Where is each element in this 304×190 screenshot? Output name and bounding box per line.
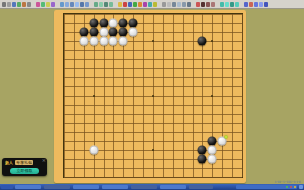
black-stone-Q5[interactable] — [208, 136, 217, 145]
star-point — [152, 40, 154, 42]
grid-line-vertical — [193, 14, 194, 177]
toolbar-icon[interactable] — [264, 2, 268, 7]
toolbar-icon[interactable] — [196, 2, 200, 7]
toolbar-icon[interactable] — [36, 2, 40, 7]
taskbar-button[interactable] — [73, 185, 99, 189]
white-stone-D4[interactable] — [89, 145, 98, 154]
toolbar-icon[interactable] — [22, 2, 26, 7]
tray-icon[interactable] — [294, 186, 296, 188]
toolbar-icon[interactable] — [187, 2, 191, 7]
grid-line-horizontal — [64, 132, 242, 133]
taskbar-button[interactable] — [299, 185, 303, 189]
grid-line-horizontal — [64, 168, 242, 169]
tray-icon[interactable] — [290, 186, 292, 188]
white-stone-H17[interactable] — [129, 28, 138, 37]
star-point — [152, 95, 154, 97]
toolbar-icon[interactable] — [104, 2, 108, 7]
board-grid[interactable] — [63, 13, 243, 178]
grid-line-horizontal — [64, 123, 242, 124]
toolbar-icon[interactable] — [206, 2, 210, 7]
taskbar-button[interactable] — [189, 185, 213, 189]
white-stone-D16[interactable] — [89, 37, 98, 46]
black-stone-P3[interactable] — [198, 154, 207, 163]
toolbar-icon[interactable] — [123, 2, 127, 7]
toolbar-icon[interactable] — [80, 2, 84, 7]
toolbar-icon[interactable] — [177, 2, 181, 7]
black-stone-G17[interactable] — [119, 28, 128, 37]
toolbar-icon[interactable] — [211, 2, 215, 7]
toolbar-icon[interactable] — [118, 2, 122, 7]
go-board[interactable] — [54, 10, 246, 183]
desktop: 新人 专享礼包 × 立即领取 ı·ııı··ı··ıııı··ı·ı·ıı — [0, 0, 304, 190]
tray-icon[interactable] — [286, 186, 288, 188]
star-point — [211, 40, 213, 42]
grid-line-vertical — [222, 14, 223, 177]
white-stone-G16[interactable] — [119, 37, 128, 46]
promo-claim-button[interactable]: 立即领取 — [10, 168, 39, 174]
grid-line-vertical — [242, 14, 243, 177]
star-point — [93, 95, 95, 97]
taskbar-button[interactable] — [160, 185, 186, 189]
white-stone-R5[interactable] — [218, 136, 227, 145]
toolbar-icon[interactable] — [138, 2, 142, 7]
toolbar-icon[interactable] — [143, 2, 147, 7]
promo-row: 新人 专享礼包 — [5, 160, 33, 165]
toolbar-icon[interactable] — [7, 2, 11, 7]
black-stone-P16[interactable] — [198, 37, 207, 46]
black-stone-P4[interactable] — [198, 145, 207, 154]
promo-popup: 新人 专享礼包 × 立即领取 — [2, 158, 47, 176]
black-stone-C17[interactable] — [79, 28, 88, 37]
toolbar-icon[interactable] — [94, 2, 98, 7]
white-stone-E17[interactable] — [99, 28, 108, 37]
white-stone-Q3[interactable] — [208, 154, 217, 163]
app-toolbar — [0, 0, 304, 9]
toolbar-icon[interactable] — [148, 2, 152, 7]
windows-taskbar[interactable] — [0, 184, 304, 190]
toolbar-icon[interactable] — [27, 2, 31, 7]
grid-line-horizontal — [64, 177, 242, 178]
toolbar-icon[interactable] — [225, 2, 229, 7]
toolbar-icon[interactable] — [167, 2, 171, 7]
black-stone-D18[interactable] — [89, 19, 98, 28]
white-stone-F18[interactable] — [109, 19, 118, 28]
toolbar-icon[interactable] — [17, 2, 21, 7]
close-icon[interactable]: × — [42, 158, 46, 163]
toolbar-icon[interactable] — [230, 2, 234, 7]
toolbar-icon[interactable] — [65, 2, 69, 7]
grid-line-vertical — [163, 14, 164, 177]
last-move-marker-icon — [225, 135, 228, 138]
black-stone-F17[interactable] — [109, 28, 118, 37]
white-stone-Q4[interactable] — [208, 145, 217, 154]
black-stone-E18[interactable] — [99, 19, 108, 28]
promo-badge: 新人 — [5, 160, 13, 165]
toolbar-icon[interactable] — [12, 2, 16, 7]
toolbar-icon[interactable] — [128, 2, 132, 7]
grid-line-vertical — [183, 14, 184, 177]
toolbar-icon[interactable] — [99, 2, 103, 7]
black-stone-D17[interactable] — [89, 28, 98, 37]
taskbar-button[interactable] — [15, 185, 41, 189]
toolbar-icon[interactable] — [133, 2, 137, 7]
toolbar-icon[interactable] — [70, 2, 74, 7]
toolbar-icon[interactable] — [51, 2, 55, 7]
grid-line-horizontal — [64, 105, 242, 106]
toolbar-icon[interactable] — [254, 2, 258, 7]
toolbar-icon[interactable] — [109, 2, 113, 7]
toolbar-icon[interactable] — [162, 2, 166, 7]
taskbar-button[interactable] — [44, 185, 70, 189]
toolbar-icon[interactable] — [259, 2, 263, 7]
toolbar-icon[interactable] — [201, 2, 205, 7]
toolbar-icon[interactable] — [2, 2, 6, 7]
toolbar-icon[interactable] — [85, 2, 89, 7]
toolbar-icon[interactable] — [220, 2, 224, 7]
taskbar-button[interactable] — [131, 185, 157, 189]
toolbar-icon[interactable] — [235, 2, 239, 7]
grid-line-vertical — [232, 14, 233, 177]
white-stone-F16[interactable] — [109, 37, 118, 46]
black-stone-G18[interactable] — [119, 19, 128, 28]
toolbar-icon[interactable] — [182, 2, 186, 7]
toolbar-icon[interactable] — [60, 2, 64, 7]
taskbar-button[interactable] — [1, 185, 13, 189]
toolbar-icon[interactable] — [244, 2, 248, 7]
star-point — [152, 149, 154, 151]
black-stone-H18[interactable] — [129, 19, 138, 28]
toolbar-icon[interactable] — [46, 2, 50, 7]
toolbar-icon[interactable] — [153, 2, 157, 7]
grid-line-horizontal — [64, 114, 242, 115]
white-stone-E16[interactable] — [99, 37, 108, 46]
promo-title: 专享礼包 — [15, 160, 33, 165]
toolbar-icon[interactable] — [249, 2, 253, 7]
toolbar-icon[interactable] — [41, 2, 45, 7]
toolbar-icon[interactable] — [75, 2, 79, 7]
star-point — [211, 95, 213, 97]
toolbar-icon[interactable] — [172, 2, 176, 7]
grid-line-vertical — [173, 14, 174, 177]
taskbar-button[interactable] — [102, 185, 128, 189]
white-stone-C16[interactable] — [79, 37, 88, 46]
